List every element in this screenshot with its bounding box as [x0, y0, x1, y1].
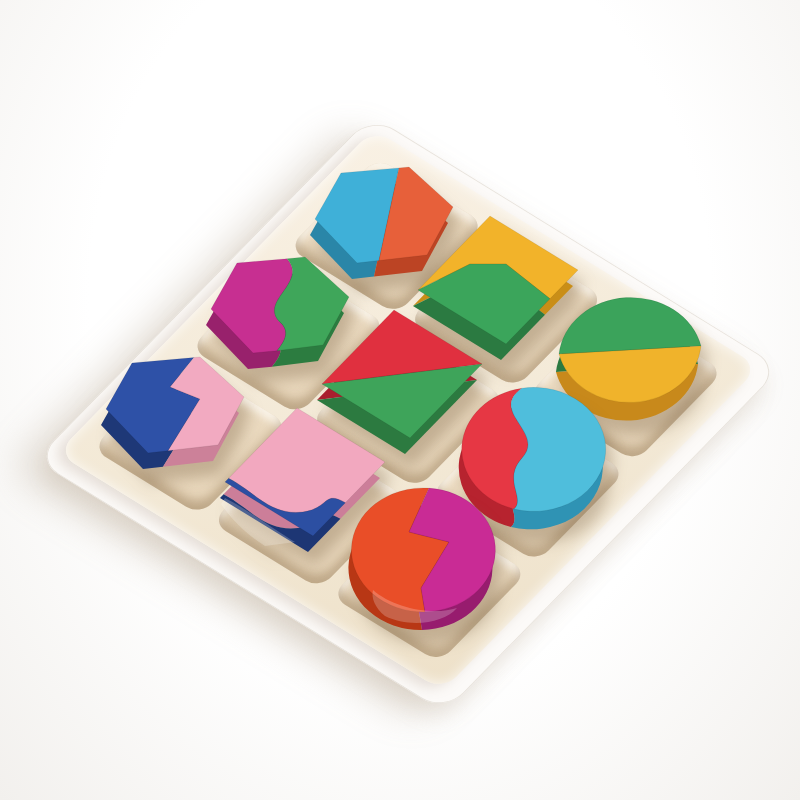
puzzle-piece-r3c3-circle[interactable] [323, 460, 523, 640]
product-photo-scene [0, 0, 800, 800]
piece-half-green[interactable] [559, 297, 701, 354]
